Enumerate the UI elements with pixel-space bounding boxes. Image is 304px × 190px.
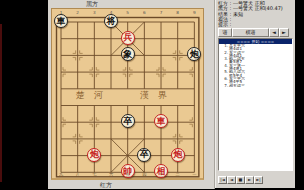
piece-black-elephant[interactable]: 象 bbox=[121, 47, 135, 61]
file-label-bottom: 九 bbox=[59, 173, 63, 178]
piece-black-soldier[interactable]: 卒 bbox=[121, 114, 135, 128]
move-list-arrow-button[interactable]: ◄ bbox=[269, 28, 279, 37]
piece-black-soldier[interactable]: 卒 bbox=[137, 148, 151, 162]
info-panel: 红方：一号警犬 正和 黑方：一号警犬 正和(40.47) 结果：未知 着法： 提… bbox=[215, 0, 295, 188]
red-side-label: 红方 bbox=[100, 181, 112, 188]
file-label-bottom: 三 bbox=[159, 173, 163, 178]
file-label-bottom: 五 bbox=[126, 173, 130, 178]
river-text-right: 漢界 bbox=[140, 89, 176, 102]
file-label-bottom: 八 bbox=[76, 173, 80, 178]
nav-button[interactable]: |◄ bbox=[218, 176, 227, 184]
nav-buttons: |◄◄■►►| bbox=[218, 176, 263, 184]
file-label-top: 5 bbox=[126, 11, 129, 16]
file-label-top: 3 bbox=[93, 11, 96, 16]
move-row[interactable]: 7.相五进三 bbox=[219, 84, 292, 87]
info-line-hint: 提示： bbox=[218, 22, 283, 27]
move-list[interactable]: ==== 开始 ==== 1.兵五平六将4进12.车三进三将4进13.炮二进五象… bbox=[218, 38, 293, 171]
black-side-label: 黑方 bbox=[86, 0, 98, 7]
game-info-block: 红方：一号警犬 正和 黑方：一号警犬 正和(40.47) 结果：未知 着法： 提… bbox=[218, 1, 283, 27]
file-label-top: 2 bbox=[76, 11, 79, 16]
file-label-bottom: 四 bbox=[142, 173, 146, 178]
move-list-arrow-button[interactable]: ► bbox=[279, 28, 289, 37]
file-label-top: 1 bbox=[60, 11, 63, 16]
board-window: 黑方 楚河 漢界 車将兵象炮卒車炮卒炮帥相123456789九八七六五四三二一 … bbox=[48, 0, 215, 189]
piece-red-cannon[interactable]: 炮 bbox=[87, 148, 101, 162]
file-label-top: 7 bbox=[160, 11, 163, 16]
nav-button[interactable]: ► bbox=[245, 176, 254, 184]
file-label-bottom: 二 bbox=[176, 173, 180, 178]
move-list-tab[interactable]: 棋谱 bbox=[232, 28, 269, 37]
move-text: 相五进三 bbox=[229, 84, 245, 87]
file-label-top: 6 bbox=[143, 11, 146, 16]
screen-edge-artifact bbox=[0, 24, 2, 182]
piece-red-cannon[interactable]: 炮 bbox=[171, 148, 185, 162]
nav-button[interactable]: ■ bbox=[236, 176, 245, 184]
file-label-bottom: 七 bbox=[92, 173, 96, 178]
file-label-bottom: 六 bbox=[109, 173, 113, 178]
piece-black-general[interactable]: 将 bbox=[104, 14, 118, 28]
xiangqi-board[interactable]: 楚河 漢界 車将兵象炮卒車炮卒炮帥相123456789九八七六五四三二一 bbox=[51, 8, 204, 180]
file-label-top: 4 bbox=[110, 11, 113, 16]
nav-button[interactable]: ►| bbox=[254, 176, 263, 184]
nav-button[interactable]: ◄ bbox=[227, 176, 236, 184]
file-label-top: 8 bbox=[176, 11, 179, 16]
move-list-tab[interactable]: 谱 bbox=[218, 28, 232, 37]
file-label-top: 9 bbox=[193, 11, 196, 16]
file-label-bottom: 一 bbox=[192, 173, 196, 178]
move-list-toolbar: 谱棋谱◄► bbox=[218, 28, 289, 37]
piece-red-soldier[interactable]: 兵 bbox=[121, 31, 135, 45]
river-text-left: 楚河 bbox=[76, 89, 112, 102]
piece-black-chariot[interactable]: 車 bbox=[54, 14, 68, 28]
move-number: 7. bbox=[219, 84, 229, 87]
